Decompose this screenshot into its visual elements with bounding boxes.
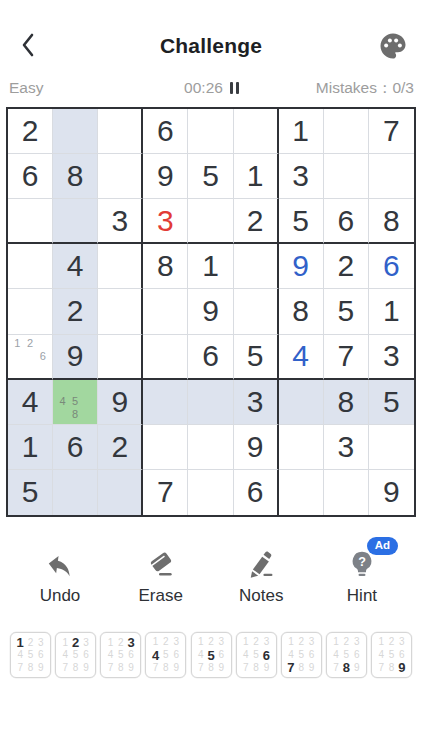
cell-r8c5[interactable] xyxy=(188,425,233,470)
cell-r9c2[interactable] xyxy=(53,470,98,515)
cell-r4c5[interactable]: 1 xyxy=(188,244,233,289)
cell-r7c3[interactable]: 9 xyxy=(98,380,143,425)
cell-r6c2[interactable]: 9 xyxy=(53,335,98,380)
cell-r5c8[interactable]: 5 xyxy=(324,289,369,334)
mistakes-label: Mistakes： xyxy=(316,79,393,96)
cell-r7c5[interactable] xyxy=(188,380,233,425)
cell-r6c4[interactable] xyxy=(143,335,188,380)
cell-r3c9[interactable]: 8 xyxy=(369,199,414,244)
cell-r5c5[interactable]: 9 xyxy=(188,289,233,334)
cell-r6c7[interactable]: 4 xyxy=(279,335,324,380)
svg-text:?: ? xyxy=(358,555,366,569)
cell-r6c5[interactable]: 6 xyxy=(188,335,233,380)
cell-r9c5[interactable] xyxy=(188,470,233,515)
cell-r7c9[interactable]: 5 xyxy=(369,380,414,425)
cell-r4c3[interactable] xyxy=(98,244,143,289)
cell-r1c7[interactable]: 1 xyxy=(279,109,324,154)
cell-r2c8[interactable] xyxy=(324,154,369,199)
cell-r5c1[interactable] xyxy=(8,289,53,334)
cell-r1c3[interactable] xyxy=(98,109,143,154)
cell-r9c9[interactable]: 9 xyxy=(369,470,414,515)
theme-button[interactable] xyxy=(378,31,408,61)
cell-r7c1[interactable]: 4 xyxy=(8,380,53,425)
cell-r4c7[interactable]: 9 xyxy=(279,244,324,289)
cell-r8c6[interactable]: 9 xyxy=(234,425,279,470)
cell-r8c9[interactable] xyxy=(369,425,414,470)
cell-r5c2[interactable]: 2 xyxy=(53,289,98,334)
undo-icon xyxy=(44,549,76,581)
cell-r6c8[interactable]: 7 xyxy=(324,335,369,380)
notes-label: Notes xyxy=(239,586,283,606)
cell-r8c7[interactable] xyxy=(279,425,324,470)
hint-label: Hint xyxy=(347,586,377,606)
cell-r3c8[interactable]: 6 xyxy=(324,199,369,244)
cell-r9c6[interactable]: 6 xyxy=(234,470,279,515)
ad-badge: Ad xyxy=(367,537,398,555)
difficulty-label: Easy xyxy=(0,79,144,97)
cell-r9c3[interactable] xyxy=(98,470,143,515)
eraser-icon xyxy=(145,549,177,581)
cell-r1c8[interactable] xyxy=(324,109,369,154)
cell-r5c7[interactable]: 8 xyxy=(279,289,324,334)
cell-r1c6[interactable] xyxy=(234,109,279,154)
numpad-key-3[interactable]: 123456789 xyxy=(100,632,141,678)
mistakes-value: 0/3 xyxy=(392,79,414,96)
cell-r6c3[interactable] xyxy=(98,335,143,380)
cell-r2c4[interactable]: 9 xyxy=(143,154,188,199)
cell-r5c4[interactable] xyxy=(143,289,188,334)
numpad-key-4[interactable]: 123456789 xyxy=(145,632,186,678)
pause-icon xyxy=(230,82,233,94)
cell-r1c9[interactable]: 7 xyxy=(369,109,414,154)
cell-r2c9[interactable] xyxy=(369,154,414,199)
numpad-key-2[interactable]: 123456789 xyxy=(55,632,96,678)
cell-r2c7[interactable]: 3 xyxy=(279,154,324,199)
cell-r9c8[interactable] xyxy=(324,470,369,515)
cell-r7c2[interactable]: 458 xyxy=(53,380,98,425)
cell-r4c2[interactable]: 4 xyxy=(53,244,98,289)
timer-value: 00:26 xyxy=(184,79,223,97)
cell-r4c6[interactable] xyxy=(234,244,279,289)
cell-r4c9[interactable]: 6 xyxy=(369,244,414,289)
cell-r5c3[interactable] xyxy=(98,289,143,334)
numpad-key-1[interactable]: 123456789 xyxy=(10,632,51,678)
cell-r3c4[interactable]: 3 xyxy=(143,199,188,244)
pencil-notes: 126 xyxy=(8,335,52,378)
erase-button[interactable]: Erase xyxy=(125,545,197,606)
cell-r7c4[interactable] xyxy=(143,380,188,425)
pause-button[interactable] xyxy=(230,82,239,94)
numpad-key-8[interactable]: 123456789 xyxy=(326,632,367,678)
cell-r1c4[interactable]: 6 xyxy=(143,109,188,154)
cell-r2c1[interactable]: 6 xyxy=(8,154,53,199)
numpad-key-6[interactable]: 123456789 xyxy=(236,632,277,678)
cell-r1c1[interactable]: 2 xyxy=(8,109,53,154)
cell-r3c7[interactable]: 5 xyxy=(279,199,324,244)
cell-r6c6[interactable]: 5 xyxy=(234,335,279,380)
sudoku-board: 2617689513332568481926298511269654734458… xyxy=(6,107,416,517)
cell-r8c3[interactable]: 2 xyxy=(98,425,143,470)
notes-button[interactable]: Notes xyxy=(225,545,297,606)
cell-r8c1[interactable]: 1 xyxy=(8,425,53,470)
undo-label: Undo xyxy=(40,586,81,606)
cell-r5c9[interactable]: 1 xyxy=(369,289,414,334)
cell-r2c6[interactable]: 1 xyxy=(234,154,279,199)
cell-r3c3[interactable]: 3 xyxy=(98,199,143,244)
cell-r7c6[interactable]: 3 xyxy=(234,380,279,425)
cell-r3c2[interactable] xyxy=(53,199,98,244)
hint-button[interactable]: ? Ad Hint xyxy=(326,545,398,606)
cell-r3c1[interactable] xyxy=(8,199,53,244)
cell-r6c9[interactable]: 3 xyxy=(369,335,414,380)
pencil-notes: 458 xyxy=(53,380,97,424)
cell-r9c7[interactable] xyxy=(279,470,324,515)
cell-r1c5[interactable] xyxy=(188,109,233,154)
header: Challenge xyxy=(0,26,422,68)
numpad: 1234567891234567891234567891234567891234… xyxy=(10,632,412,678)
cell-r2c2[interactable]: 8 xyxy=(53,154,98,199)
cell-r4c1[interactable] xyxy=(8,244,53,289)
undo-button[interactable]: Undo xyxy=(24,545,96,606)
cell-r6c1[interactable]: 126 xyxy=(8,335,53,380)
numpad-key-7[interactable]: 123456789 xyxy=(281,632,322,678)
cell-r5c6[interactable] xyxy=(234,289,279,334)
cell-r9c1[interactable]: 5 xyxy=(8,470,53,515)
page-title: Challenge xyxy=(0,34,422,58)
cell-r2c5[interactable]: 5 xyxy=(188,154,233,199)
cell-r4c8[interactable]: 2 xyxy=(324,244,369,289)
cell-r8c4[interactable] xyxy=(143,425,188,470)
cell-r8c8[interactable]: 3 xyxy=(324,425,369,470)
cell-r2c3[interactable] xyxy=(98,154,143,199)
status-bar: Easy 00:26 Mistakes：0/3 xyxy=(0,78,422,98)
cell-r7c7[interactable] xyxy=(279,380,324,425)
cell-r4c4[interactable]: 8 xyxy=(143,244,188,289)
numpad-key-5[interactable]: 123456789 xyxy=(191,632,232,678)
cell-r1c2[interactable] xyxy=(53,109,98,154)
cell-r3c6[interactable]: 2 xyxy=(234,199,279,244)
pencil-icon xyxy=(245,549,277,581)
cell-r7c8[interactable]: 8 xyxy=(324,380,369,425)
toolbar: Undo Erase xyxy=(0,545,422,606)
cell-r9c4[interactable]: 7 xyxy=(143,470,188,515)
numpad-key-9[interactable]: 123456789 xyxy=(371,632,412,678)
erase-label: Erase xyxy=(138,586,182,606)
palette-icon xyxy=(378,47,408,64)
cell-r8c2[interactable]: 6 xyxy=(53,425,98,470)
cell-r3c5[interactable] xyxy=(188,199,233,244)
